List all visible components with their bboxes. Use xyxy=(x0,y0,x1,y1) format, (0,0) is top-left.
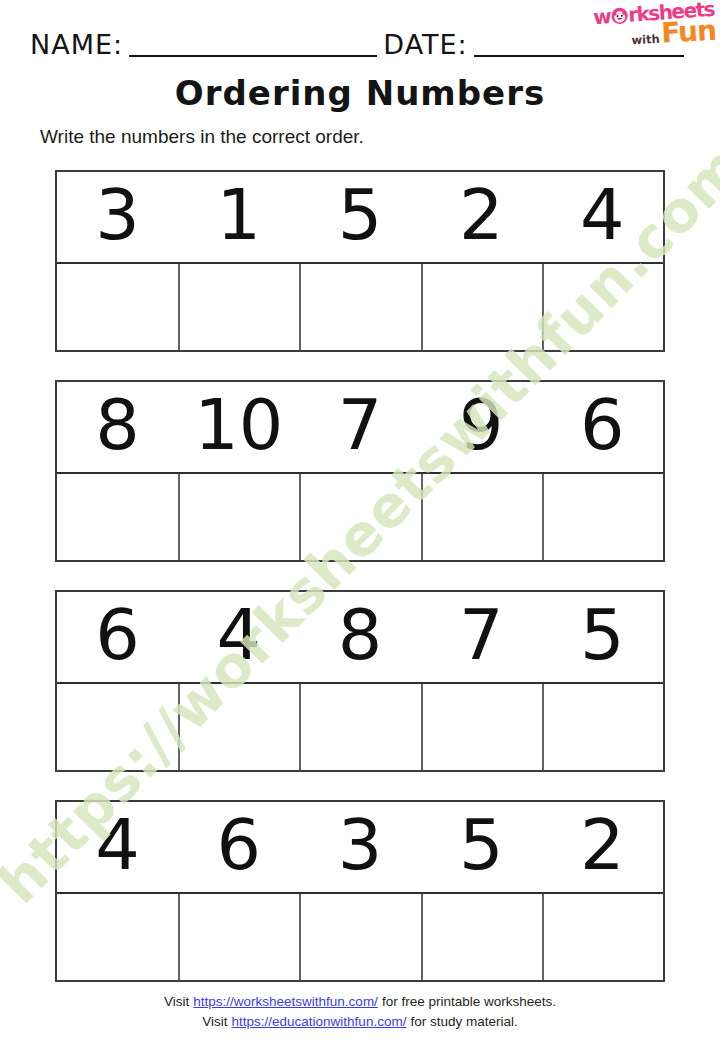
footer-line-1: Visithttps://worksheetswithfun.com/for f… xyxy=(0,992,720,1012)
instruction-text: Write the numbers in the correct order. xyxy=(40,126,720,148)
given-number: 5 xyxy=(542,592,663,682)
footer-line2-suffix: for study material. xyxy=(410,1014,517,1029)
answer-cell-r2-c4[interactable] xyxy=(421,474,542,560)
answer-cell-r2-c3[interactable] xyxy=(299,474,420,560)
answer-cell-r3-c3[interactable] xyxy=(299,684,420,770)
answer-cell-r1-c5[interactable] xyxy=(542,264,663,350)
given-row-4: 4 6 3 5 2 xyxy=(57,802,663,894)
given-number: 3 xyxy=(299,802,420,892)
given-row-3: 6 4 8 7 5 xyxy=(57,592,663,684)
answer-cell-r4-c4[interactable] xyxy=(421,894,542,980)
page-title: Ordering Numbers xyxy=(0,73,720,113)
footer-visit-text: Visit xyxy=(164,994,189,1009)
answer-cell-r4-c5[interactable] xyxy=(542,894,663,980)
answer-cell-r3-c1[interactable] xyxy=(57,684,178,770)
answer-row-1 xyxy=(57,264,663,350)
given-number: 5 xyxy=(299,172,420,262)
given-number: 1 xyxy=(178,172,299,262)
answer-cell-r2-c2[interactable] xyxy=(178,474,299,560)
given-number: 5 xyxy=(421,802,542,892)
given-number: 4 xyxy=(178,592,299,682)
logo-word-with: with xyxy=(631,34,660,47)
number-block-1: 3 1 5 2 4 xyxy=(55,170,665,352)
given-number: 2 xyxy=(542,802,663,892)
worksheets-with-fun-logo: w rksheets with Fun xyxy=(594,3,716,57)
logo-with-fun: with Fun xyxy=(593,17,716,51)
answer-cell-r4-c2[interactable] xyxy=(178,894,299,980)
given-number: 3 xyxy=(57,172,178,262)
footer-link-educationwithfun[interactable]: https://educationwithfun.com/ xyxy=(232,1014,407,1029)
answer-cell-r4-c1[interactable] xyxy=(57,894,178,980)
answer-cell-r3-c2[interactable] xyxy=(178,684,299,770)
name-label: NAME: xyxy=(30,31,123,58)
puzzle-blocks: 3 1 5 2 4 8 10 7 9 6 xyxy=(55,170,665,982)
given-number: 8 xyxy=(57,382,178,472)
given-number: 9 xyxy=(421,382,542,472)
number-block-3: 6 4 8 7 5 xyxy=(55,590,665,772)
given-number: 4 xyxy=(542,172,663,262)
number-block-4: 4 6 3 5 2 xyxy=(55,800,665,982)
given-number: 6 xyxy=(542,382,663,472)
given-number: 7 xyxy=(299,382,420,472)
footer-line1-suffix: for free printable worksheets. xyxy=(382,994,556,1009)
footer-link-worksheetswithfun[interactable]: https://worksheetswithfun.com/ xyxy=(193,994,378,1009)
date-label: DATE: xyxy=(383,31,467,58)
given-number: 10 xyxy=(178,382,299,472)
answer-row-2 xyxy=(57,474,663,560)
answer-cell-r4-c3[interactable] xyxy=(299,894,420,980)
answer-cell-r3-c4[interactable] xyxy=(421,684,542,770)
given-number: 2 xyxy=(421,172,542,262)
answer-cell-r2-c1[interactable] xyxy=(57,474,178,560)
answer-row-4 xyxy=(57,894,663,980)
given-row-1: 3 1 5 2 4 xyxy=(57,172,663,264)
given-number: 6 xyxy=(178,802,299,892)
answer-cell-r3-c5[interactable] xyxy=(542,684,663,770)
given-number: 6 xyxy=(57,592,178,682)
answer-cell-r1-c2[interactable] xyxy=(178,264,299,350)
number-block-2: 8 10 7 9 6 xyxy=(55,380,665,562)
name-input-line[interactable] xyxy=(129,31,377,57)
footer-line-2: Visithttps://educationwithfun.com/for st… xyxy=(0,1012,720,1032)
footer-visit-text-2: Visit xyxy=(202,1014,227,1029)
answer-cell-r1-c3[interactable] xyxy=(299,264,420,350)
answer-cell-r1-c4[interactable] xyxy=(421,264,542,350)
given-number: 8 xyxy=(299,592,420,682)
given-number: 7 xyxy=(421,592,542,682)
given-number: 4 xyxy=(57,802,178,892)
answer-cell-r2-c5[interactable] xyxy=(542,474,663,560)
answer-row-3 xyxy=(57,684,663,770)
answer-cell-r1-c1[interactable] xyxy=(57,264,178,350)
given-row-2: 8 10 7 9 6 xyxy=(57,382,663,474)
page-footer: Visithttps://worksheetswithfun.com/for f… xyxy=(0,992,720,1031)
logo-word-fun: Fun xyxy=(661,17,717,48)
